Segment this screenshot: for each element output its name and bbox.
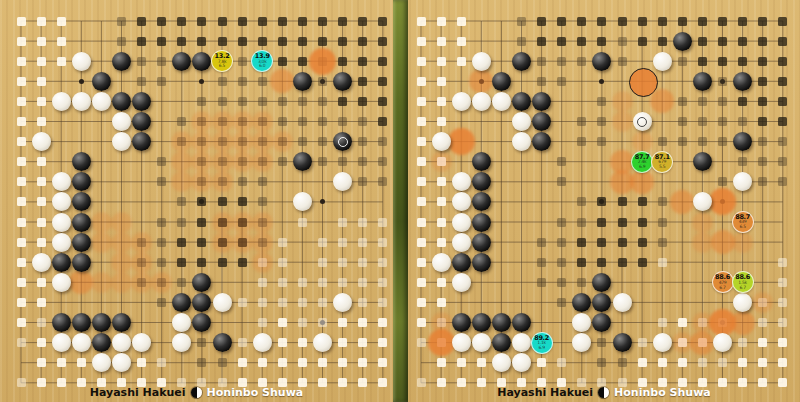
white-stone — [452, 273, 471, 292]
ownership-square — [718, 77, 727, 86]
ownership-square — [718, 358, 727, 367]
ownership-square — [177, 117, 186, 126]
policy-heat-circle — [630, 170, 654, 194]
ownership-square — [618, 238, 627, 247]
candidate-score: 6.5 — [739, 225, 745, 230]
ownership-square — [597, 117, 606, 126]
ownership-square — [318, 77, 327, 86]
ownership-square — [218, 358, 227, 367]
ownership-square — [417, 117, 426, 126]
white-stone — [472, 92, 491, 111]
ownership-square — [278, 358, 287, 367]
ownership-square — [238, 37, 247, 46]
white-stone — [72, 52, 91, 71]
candidate-score: 6.7 — [719, 286, 725, 291]
ownership-square — [258, 97, 267, 106]
board-divider — [393, 0, 408, 402]
ownership-square — [338, 117, 347, 126]
ownership-square — [338, 157, 347, 166]
ownership-square — [338, 57, 347, 66]
ownership-square — [658, 238, 667, 247]
ownership-square — [318, 97, 327, 106]
ownership-square — [778, 358, 787, 367]
ownership-square — [177, 278, 186, 287]
ownership-square — [537, 77, 546, 86]
policy-heat-circle — [252, 232, 273, 253]
white-stone — [92, 353, 111, 372]
ownership-square — [258, 77, 267, 86]
ownership-square — [378, 117, 387, 126]
ownership-square — [238, 77, 247, 86]
ownership-square — [37, 197, 46, 206]
ownership-square — [658, 17, 667, 26]
candidate-move-label[interactable]: 89.21.1k6.9 — [531, 332, 553, 354]
policy-heat-circle — [111, 212, 132, 233]
policy-heat-circle — [428, 329, 455, 356]
ownership-square — [37, 238, 46, 247]
ownership-square — [17, 97, 26, 106]
ownership-square — [258, 358, 267, 367]
ownership-square — [417, 298, 426, 307]
ownership-square — [417, 97, 426, 106]
ownership-square — [358, 338, 367, 347]
ownership-square — [358, 97, 367, 106]
ownership-square — [718, 177, 727, 186]
ownership-square — [378, 338, 387, 347]
ownership-square — [218, 17, 227, 26]
policy-heat-circle — [692, 232, 713, 253]
ownership-square — [378, 318, 387, 327]
ownership-square — [177, 238, 186, 247]
ownership-square — [678, 17, 687, 26]
candidate-move-label[interactable]: 87.72.4k6.9 — [631, 151, 653, 173]
policy-heat-circle — [212, 232, 233, 253]
policy-heat-circle — [232, 232, 253, 253]
policy-heat-circle — [212, 111, 233, 132]
ownership-square — [417, 37, 426, 46]
ownership-square — [17, 258, 26, 267]
ownership-square — [358, 218, 367, 227]
policy-heat-circle — [731, 311, 755, 335]
white-stone — [492, 92, 511, 111]
ownership-square — [218, 37, 227, 46]
ownership-square — [258, 318, 267, 327]
policy-heat-circle — [131, 232, 152, 253]
ownership-square — [358, 37, 367, 46]
black-stone — [693, 152, 712, 171]
ownership-square — [738, 17, 747, 26]
ownership-square — [577, 218, 586, 227]
black-stone — [293, 72, 312, 91]
ownership-square — [358, 298, 367, 307]
ownership-square — [378, 278, 387, 287]
ownership-square — [577, 137, 586, 146]
black-stone — [613, 333, 632, 352]
black-stone — [52, 253, 71, 272]
black-stone — [532, 112, 551, 131]
ownership-square — [417, 137, 426, 146]
ownership-square — [218, 258, 227, 267]
candidate-move-label[interactable]: 87.16795.5 — [651, 151, 673, 173]
ownership-square — [17, 278, 26, 287]
ownership-square — [17, 57, 26, 66]
ownership-square — [278, 258, 287, 267]
ownership-square — [278, 17, 287, 26]
ownership-square — [597, 238, 606, 247]
white-stone — [472, 52, 491, 71]
ownership-square — [338, 358, 347, 367]
ownership-square — [758, 318, 767, 327]
board-layer-left: 13.27.8k6.513.93.0k6.0 — [0, 0, 393, 402]
ownership-square — [597, 17, 606, 26]
ownership-square — [638, 37, 647, 46]
ownership-square — [318, 37, 327, 46]
ownership-square — [378, 17, 387, 26]
white-stone — [733, 293, 752, 312]
ownership-square — [718, 37, 727, 46]
ownership-square — [117, 37, 126, 46]
ownership-square — [318, 278, 327, 287]
policy-heat-circle — [212, 131, 233, 152]
white-stone — [52, 233, 71, 252]
ownership-square — [258, 298, 267, 307]
ownership-square — [658, 218, 667, 227]
ownership-square — [778, 177, 787, 186]
ownership-square — [338, 258, 347, 267]
policy-heat-circle — [672, 332, 693, 353]
ownership-square — [358, 238, 367, 247]
white-stone — [452, 233, 471, 252]
ownership-square — [618, 17, 627, 26]
ownership-square — [37, 37, 46, 46]
black-stone — [733, 72, 752, 91]
last-move-ring-icon — [637, 117, 647, 127]
ownership-square — [318, 238, 327, 247]
ownership-square — [758, 177, 767, 186]
ownership-square — [618, 258, 627, 267]
ownership-square — [238, 177, 247, 186]
ownership-square — [278, 238, 287, 247]
white-stone — [452, 333, 471, 352]
ownership-square — [577, 197, 586, 206]
black-stone — [492, 333, 511, 352]
ownership-square — [378, 238, 387, 247]
ownership-square — [318, 117, 327, 126]
policy-heat-circle — [612, 111, 633, 132]
ownership-square — [157, 298, 166, 307]
ownership-square — [218, 97, 227, 106]
black-stone — [492, 72, 511, 91]
white-stone — [52, 213, 71, 232]
ownership-square — [298, 97, 307, 106]
ownership-square — [238, 338, 247, 347]
ownership-square — [37, 97, 46, 106]
ownership-square — [437, 17, 446, 26]
ownership-square — [238, 97, 247, 106]
ownership-square — [37, 177, 46, 186]
policy-heat-circle — [252, 111, 273, 132]
ownership-square — [758, 137, 767, 146]
ownership-square — [437, 238, 446, 247]
black-stone — [72, 172, 91, 191]
ownership-square — [698, 97, 707, 106]
candidate-score: 6.9 — [538, 346, 544, 351]
ownership-square — [137, 358, 146, 367]
black-stone — [472, 253, 491, 272]
ownership-square — [77, 358, 86, 367]
ownership-square — [517, 17, 526, 26]
policy-heat-circle — [111, 252, 132, 273]
ownership-square — [698, 37, 707, 46]
ownership-square — [137, 17, 146, 26]
ownership-square — [358, 157, 367, 166]
ownership-square — [698, 117, 707, 126]
candidate-score: 5.5 — [659, 165, 665, 170]
ownership-square — [57, 57, 66, 66]
white-player-name: Honinbo Shuwa — [207, 386, 304, 399]
ownership-square — [437, 177, 446, 186]
white-stone — [613, 293, 632, 312]
ownership-square — [37, 77, 46, 86]
ownership-square — [778, 137, 787, 146]
white-player-name: Honinbo Shuwa — [614, 386, 711, 399]
white-stone — [92, 92, 111, 111]
policy-heat-circle — [690, 331, 714, 355]
policy-heat-circle — [252, 131, 273, 152]
ownership-square — [238, 197, 247, 206]
white-stone — [653, 333, 672, 352]
ownership-square — [298, 278, 307, 287]
black-stone — [72, 253, 91, 272]
ownership-square — [378, 137, 387, 146]
ownership-square — [358, 117, 367, 126]
ownership-square — [338, 338, 347, 347]
ownership-square — [338, 238, 347, 247]
ownership-square — [137, 77, 146, 86]
board-layer-right: 87.72.4k6.987.16795.588.74396.588.64796.… — [408, 0, 800, 402]
policy-heat-circle — [252, 212, 273, 233]
ownership-square — [258, 278, 267, 287]
ownership-square — [417, 17, 426, 26]
black-white-stones-icon — [598, 387, 609, 398]
ownership-square — [658, 197, 667, 206]
ownership-square — [658, 318, 667, 327]
ownership-square — [358, 258, 367, 267]
ownership-square — [778, 318, 787, 327]
ownership-square — [778, 258, 787, 267]
ownership-square — [557, 17, 566, 26]
ownership-square — [658, 137, 667, 146]
ownership-square — [738, 117, 747, 126]
black-stone — [512, 92, 531, 111]
ownership-square — [378, 218, 387, 227]
ownership-square — [318, 17, 327, 26]
ownership-square — [358, 17, 367, 26]
ownership-square — [758, 17, 767, 26]
ownership-square — [157, 37, 166, 46]
black-stone — [472, 152, 491, 171]
black-stone — [132, 112, 151, 131]
ownership-square — [557, 298, 566, 307]
player-caption-left: Hayashi Hakuei Honinbo Shuwa — [0, 384, 393, 400]
ownership-square — [318, 298, 327, 307]
ownership-square — [718, 17, 727, 26]
ownership-square — [238, 298, 247, 307]
ownership-square — [57, 17, 66, 26]
ownership-square — [698, 17, 707, 26]
ownership-square — [597, 358, 606, 367]
black-stone — [92, 72, 111, 91]
ownership-square — [577, 258, 586, 267]
ownership-square — [197, 238, 206, 247]
black-stone — [72, 313, 91, 332]
ownership-square — [557, 358, 566, 367]
ownership-square — [378, 157, 387, 166]
ownership-square — [197, 218, 206, 227]
ownership-square — [17, 137, 26, 146]
ownership-square — [638, 197, 647, 206]
ownership-square — [778, 37, 787, 46]
ownership-square — [437, 97, 446, 106]
ownership-square — [678, 318, 687, 327]
ownership-square — [318, 258, 327, 267]
black-stone — [112, 52, 131, 71]
ownership-square — [758, 338, 767, 347]
ownership-square — [298, 358, 307, 367]
ownership-square — [298, 318, 307, 327]
ownership-square — [437, 197, 446, 206]
ownership-square — [17, 157, 26, 166]
black-stone — [132, 92, 151, 111]
ownership-square — [738, 157, 747, 166]
black-stone — [72, 233, 91, 252]
policy-heat-circle — [91, 232, 112, 253]
policy-heat-circle — [632, 131, 653, 152]
white-stone — [52, 192, 71, 211]
ownership-square — [298, 117, 307, 126]
ownership-square — [157, 157, 166, 166]
ownership-square — [417, 258, 426, 267]
candidate-score: 6.0 — [259, 64, 265, 69]
white-stone — [52, 92, 71, 111]
ownership-square — [417, 157, 426, 166]
candidate-move-label[interactable]: 88.61.5k6.7 — [732, 271, 754, 293]
ownership-square — [318, 318, 327, 327]
ownership-square — [457, 17, 466, 26]
white-stone — [512, 333, 531, 352]
ownership-square — [437, 278, 446, 287]
policy-heat-circle — [212, 171, 233, 192]
ownership-square — [557, 218, 566, 227]
ownership-square — [437, 358, 446, 367]
ownership-square — [17, 117, 26, 126]
ownership-square — [258, 17, 267, 26]
ownership-square — [258, 37, 267, 46]
ownership-square — [597, 97, 606, 106]
ownership-square — [577, 37, 586, 46]
ownership-square — [758, 157, 767, 166]
ownership-square — [238, 258, 247, 267]
ownership-square — [197, 17, 206, 26]
ownership-square — [437, 37, 446, 46]
candidate-score: 6.7 — [739, 286, 745, 291]
ownership-square — [197, 338, 206, 347]
policy-heat-circle — [612, 91, 633, 112]
ownership-square — [678, 57, 687, 66]
candidate-move-label[interactable]: 88.74396.5 — [732, 211, 754, 233]
ownership-square — [537, 57, 546, 66]
ownership-square — [37, 298, 46, 307]
ownership-square — [477, 358, 486, 367]
go-board-left[interactable]: 13.27.8k6.513.93.0k6.0 Hayashi Hakuei Ho… — [0, 0, 393, 402]
player-caption-right: Hayashi Hakuei Honinbo Shuwa — [408, 384, 800, 400]
white-stone-last-move — [633, 112, 652, 131]
ownership-square — [537, 238, 546, 247]
policy-heat-circle — [309, 48, 336, 75]
ownership-square — [17, 77, 26, 86]
white-stone — [72, 333, 91, 352]
ownership-square — [378, 57, 387, 66]
ownership-square — [638, 258, 647, 267]
ownership-square — [738, 358, 747, 367]
black-stone — [172, 52, 191, 71]
ownership-square — [778, 338, 787, 347]
ownership-square — [678, 137, 687, 146]
ownership-square — [298, 137, 307, 146]
black-stone — [472, 172, 491, 191]
ownership-square — [137, 37, 146, 46]
ownership-square — [338, 37, 347, 46]
ownership-square — [197, 358, 206, 367]
ownership-square — [318, 157, 327, 166]
ownership-square — [338, 218, 347, 227]
policy-heat-circle — [732, 232, 753, 253]
white-stone — [32, 132, 51, 151]
ownership-square — [378, 37, 387, 46]
ownership-square — [298, 57, 307, 66]
ownership-square — [177, 37, 186, 46]
go-board-right[interactable]: 87.72.4k6.987.16795.588.74396.588.64796.… — [408, 0, 800, 402]
last-move-ring-icon — [338, 137, 348, 147]
white-stone — [452, 92, 471, 111]
white-stone — [452, 192, 471, 211]
black-stone — [673, 32, 692, 51]
white-stone — [32, 253, 51, 272]
ownership-square — [597, 37, 606, 46]
ownership-square — [157, 177, 166, 186]
ownership-square — [718, 117, 727, 126]
ownership-square — [37, 218, 46, 227]
white-stone — [713, 333, 732, 352]
ownership-square — [597, 218, 606, 227]
white-stone — [452, 213, 471, 232]
candidate-move-label[interactable]: 88.64796.7 — [712, 271, 734, 293]
policy-heat-circle — [91, 212, 112, 233]
black-stone — [72, 152, 91, 171]
ownership-square — [278, 338, 287, 347]
ownership-square — [758, 77, 767, 86]
white-stone — [432, 253, 451, 272]
ownership-square — [437, 117, 446, 126]
ownership-square — [778, 117, 787, 126]
ownership-square — [218, 197, 227, 206]
ownership-square — [417, 197, 426, 206]
policy-heat-circle — [232, 151, 253, 172]
black-stone — [592, 52, 611, 71]
ownership-square — [37, 57, 46, 66]
ownership-square — [778, 157, 787, 166]
ownership-square — [298, 298, 307, 307]
